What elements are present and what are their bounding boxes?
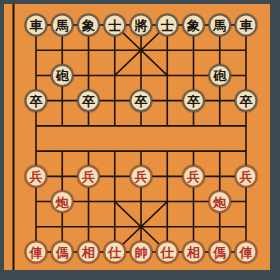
piece-black-elephant[interactable]: 象: [77, 14, 99, 36]
piece-character: 砲: [212, 68, 227, 83]
piece-red-soldier[interactable]: 兵: [235, 165, 257, 187]
piece-red-soldier[interactable]: 兵: [182, 165, 204, 187]
piece-character: 兵: [29, 169, 43, 184]
piece-character: 卒: [30, 94, 43, 109]
piece-black-soldier[interactable]: 卒: [182, 89, 204, 111]
piece-red-advisor[interactable]: 仕: [156, 241, 178, 263]
piece-black-chariot[interactable]: 車: [25, 14, 47, 36]
piece-character: 卒: [240, 94, 253, 109]
piece-character: 兵: [134, 169, 148, 184]
piece-character: 砲: [55, 68, 70, 83]
piece-red-horse[interactable]: 傌: [209, 241, 231, 263]
piece-character: 兵: [186, 169, 200, 184]
xiangqi-app-window: 車馬象士將士象馬車砲砲卒卒卒卒卒兵兵兵兵兵炮炮俥傌相仕帥仕相傌俥: [0, 0, 280, 280]
piece-character: 炮: [212, 195, 227, 210]
piece-black-advisor[interactable]: 士: [104, 14, 126, 36]
xiangqi-board[interactable]: 車馬象士將士象馬車砲砲卒卒卒卒卒兵兵兵兵兵炮炮俥傌相仕帥仕相傌俥: [0, 0, 280, 280]
piece-character: 傌: [55, 245, 69, 260]
piece-character: 帥: [135, 245, 148, 260]
piece-character: 象: [81, 18, 95, 33]
piece-character: 卒: [82, 94, 95, 109]
piece-character: 兵: [239, 169, 253, 184]
piece-character: 馬: [212, 18, 226, 33]
piece-red-cannon[interactable]: 炮: [51, 190, 73, 212]
piece-black-elephant[interactable]: 象: [182, 14, 204, 36]
piece-character: 車: [239, 18, 254, 33]
piece-red-soldier[interactable]: 兵: [130, 165, 152, 187]
piece-character: 仕: [107, 245, 121, 260]
piece-character: 士: [161, 18, 174, 33]
piece-character: 仕: [160, 245, 174, 260]
piece-character: 炮: [55, 195, 70, 210]
piece-character: 相: [186, 245, 200, 260]
piece-black-general[interactable]: 將: [130, 14, 152, 36]
piece-character: 車: [29, 18, 44, 33]
piece-black-horse[interactable]: 馬: [209, 14, 231, 36]
piece-black-cannon[interactable]: 砲: [209, 64, 231, 86]
piece-red-advisor[interactable]: 仕: [104, 241, 126, 263]
piece-black-soldier[interactable]: 卒: [77, 89, 99, 111]
piece-character: 將: [134, 18, 148, 33]
piece-black-cannon[interactable]: 砲: [51, 64, 73, 86]
piece-black-soldier[interactable]: 卒: [130, 89, 152, 111]
piece-black-advisor[interactable]: 士: [156, 14, 178, 36]
piece-red-soldier[interactable]: 兵: [25, 165, 47, 187]
piece-character: 相: [81, 245, 95, 260]
piece-red-chariot[interactable]: 俥: [235, 241, 257, 263]
piece-black-chariot[interactable]: 車: [235, 14, 257, 36]
piece-red-horse[interactable]: 傌: [51, 241, 73, 263]
piece-red-soldier[interactable]: 兵: [77, 165, 99, 187]
piece-black-soldier[interactable]: 卒: [25, 89, 47, 111]
piece-red-elephant[interactable]: 相: [77, 241, 99, 263]
piece-black-soldier[interactable]: 卒: [235, 89, 257, 111]
piece-character: 傌: [212, 245, 226, 260]
piece-red-elephant[interactable]: 相: [182, 241, 204, 263]
piece-character: 馬: [55, 18, 69, 33]
piece-black-horse[interactable]: 馬: [51, 14, 73, 36]
piece-character: 俥: [29, 245, 43, 260]
piece-character: 卒: [135, 94, 148, 109]
piece-red-general[interactable]: 帥: [130, 241, 152, 263]
piece-red-chariot[interactable]: 俥: [25, 241, 47, 263]
piece-character: 卒: [187, 94, 200, 109]
piece-red-cannon[interactable]: 炮: [209, 190, 231, 212]
piece-character: 兵: [81, 169, 95, 184]
piece-character: 象: [186, 18, 200, 33]
piece-character: 俥: [239, 245, 253, 260]
piece-character: 士: [108, 18, 121, 33]
